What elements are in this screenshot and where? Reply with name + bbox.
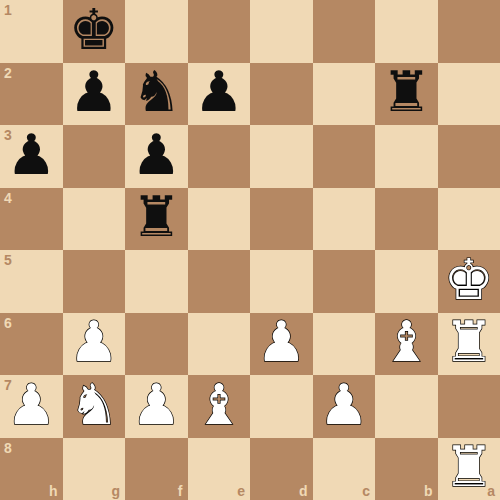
square-a5[interactable]: ♚: [438, 250, 500, 313]
piece-white-rook[interactable]: ♜: [444, 439, 494, 498]
square-c4[interactable]: [313, 188, 376, 251]
square-c5[interactable]: [313, 250, 376, 313]
piece-white-king[interactable]: ♚: [444, 252, 494, 311]
file-label-b: b: [424, 484, 433, 498]
square-c2[interactable]: [313, 63, 376, 126]
square-d1[interactable]: [250, 0, 313, 63]
piece-white-pawn[interactable]: ♟: [319, 377, 369, 436]
square-g1[interactable]: ♚: [63, 0, 126, 63]
file-label-g: g: [111, 484, 120, 498]
square-d5[interactable]: [250, 250, 313, 313]
rank-label-2: 2: [4, 66, 12, 80]
square-e3[interactable]: [188, 125, 251, 188]
square-c8[interactable]: c: [313, 438, 376, 500]
square-b5[interactable]: [375, 250, 438, 313]
square-f3[interactable]: ♟: [125, 125, 188, 188]
square-e6[interactable]: [188, 313, 251, 376]
piece-black-king[interactable]: ♚: [69, 2, 119, 61]
square-g2[interactable]: ♟: [63, 63, 126, 126]
square-b2[interactable]: ♜: [375, 63, 438, 126]
square-d7[interactable]: [250, 375, 313, 438]
square-a6[interactable]: ♜: [438, 313, 500, 376]
square-e5[interactable]: [188, 250, 251, 313]
square-h2[interactable]: 2: [0, 63, 63, 126]
piece-black-knight[interactable]: ♞: [131, 64, 181, 123]
square-c1[interactable]: [313, 0, 376, 63]
square-g8[interactable]: g: [63, 438, 126, 500]
square-a2[interactable]: [438, 63, 500, 126]
square-c6[interactable]: [313, 313, 376, 376]
piece-black-rook[interactable]: ♜: [381, 64, 431, 123]
square-f4[interactable]: ♜: [125, 188, 188, 251]
square-h4[interactable]: 4: [0, 188, 63, 251]
square-e7[interactable]: ♝: [188, 375, 251, 438]
piece-white-bishop[interactable]: ♝: [194, 377, 244, 436]
rank-label-1: 1: [4, 3, 12, 17]
piece-white-pawn[interactable]: ♟: [256, 314, 306, 373]
square-d2[interactable]: [250, 63, 313, 126]
square-b1[interactable]: [375, 0, 438, 63]
square-d3[interactable]: [250, 125, 313, 188]
square-h6[interactable]: 6: [0, 313, 63, 376]
square-d8[interactable]: d: [250, 438, 313, 500]
square-b4[interactable]: [375, 188, 438, 251]
rank-label-8: 8: [4, 441, 12, 455]
square-f5[interactable]: [125, 250, 188, 313]
piece-white-bishop[interactable]: ♝: [381, 314, 431, 373]
piece-white-pawn[interactable]: ♟: [69, 314, 119, 373]
square-a8[interactable]: a♜: [438, 438, 500, 500]
square-c3[interactable]: [313, 125, 376, 188]
square-e2[interactable]: ♟: [188, 63, 251, 126]
file-label-d: d: [299, 484, 308, 498]
file-label-c: c: [362, 484, 370, 498]
square-e8[interactable]: e: [188, 438, 251, 500]
rank-label-4: 4: [4, 191, 12, 205]
piece-black-pawn[interactable]: ♟: [131, 127, 181, 186]
piece-black-pawn[interactable]: ♟: [194, 64, 244, 123]
square-d6[interactable]: ♟: [250, 313, 313, 376]
square-g7[interactable]: ♞: [63, 375, 126, 438]
square-a4[interactable]: [438, 188, 500, 251]
square-g6[interactable]: ♟: [63, 313, 126, 376]
square-a3[interactable]: [438, 125, 500, 188]
piece-white-pawn[interactable]: ♟: [131, 377, 181, 436]
square-a1[interactable]: [438, 0, 500, 63]
square-e4[interactable]: [188, 188, 251, 251]
square-f8[interactable]: f: [125, 438, 188, 500]
square-h7[interactable]: 7♟: [0, 375, 63, 438]
square-f2[interactable]: ♞: [125, 63, 188, 126]
square-h1[interactable]: 1: [0, 0, 63, 63]
square-f1[interactable]: [125, 0, 188, 63]
file-label-h: h: [49, 484, 58, 498]
piece-black-rook[interactable]: ♜: [131, 189, 181, 248]
square-d4[interactable]: [250, 188, 313, 251]
piece-white-rook[interactable]: ♜: [444, 314, 494, 373]
file-label-e: e: [237, 484, 245, 498]
square-b3[interactable]: [375, 125, 438, 188]
square-c7[interactable]: ♟: [313, 375, 376, 438]
square-g4[interactable]: [63, 188, 126, 251]
piece-white-knight[interactable]: ♞: [69, 377, 119, 436]
square-e1[interactable]: [188, 0, 251, 63]
square-b6[interactable]: ♝: [375, 313, 438, 376]
rank-label-6: 6: [4, 316, 12, 330]
square-g5[interactable]: [63, 250, 126, 313]
chess-board: 1♚2♟♞♟♜3♟♟4♜5♚6♟♟♝♜7♟♞♟♝♟8hgfedcba♜: [0, 0, 500, 500]
file-label-f: f: [178, 484, 183, 498]
square-h3[interactable]: 3♟: [0, 125, 63, 188]
square-f6[interactable]: [125, 313, 188, 376]
square-a7[interactable]: [438, 375, 500, 438]
square-b7[interactable]: [375, 375, 438, 438]
piece-black-pawn[interactable]: ♟: [69, 64, 119, 123]
square-b8[interactable]: b: [375, 438, 438, 500]
piece-white-pawn[interactable]: ♟: [6, 377, 56, 436]
square-h8[interactable]: 8h: [0, 438, 63, 500]
square-f7[interactable]: ♟: [125, 375, 188, 438]
rank-label-5: 5: [4, 253, 12, 267]
piece-black-pawn[interactable]: ♟: [6, 127, 56, 186]
square-h5[interactable]: 5: [0, 250, 63, 313]
square-g3[interactable]: [63, 125, 126, 188]
